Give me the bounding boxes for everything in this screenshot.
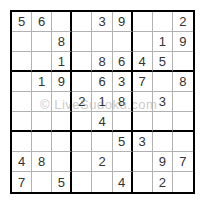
cell-r4c8[interactable] [153, 72, 173, 92]
cell-r4c2[interactable]: 1 [32, 72, 52, 92]
cell-r2c8[interactable]: 1 [153, 32, 173, 52]
cell-r3c3[interactable]: 1 [52, 52, 72, 72]
cell-r5c3[interactable] [52, 92, 72, 112]
cell-r3c5[interactable]: 8 [92, 52, 112, 72]
cell-r2c9[interactable]: 9 [173, 32, 193, 52]
cell-r2c4[interactable] [72, 32, 92, 52]
cell-r9c4[interactable] [72, 172, 92, 192]
cell-r8c9[interactable]: 7 [173, 152, 193, 172]
cell-r3c7[interactable]: 4 [133, 52, 153, 72]
cell-r9c9[interactable] [173, 172, 193, 192]
cell-r5c9[interactable] [173, 92, 193, 112]
cell-r5c7[interactable] [133, 92, 153, 112]
cell-r3c9[interactable] [173, 52, 193, 72]
cell-r2c5[interactable] [92, 32, 112, 52]
cell-r6c7[interactable] [133, 112, 153, 132]
cell-r1c2[interactable]: 6 [32, 12, 52, 32]
cell-r1c8[interactable] [153, 12, 173, 32]
cell-r3c2[interactable] [32, 52, 52, 72]
cell-r6c6[interactable] [113, 112, 133, 132]
cell-r8c3[interactable] [52, 152, 72, 172]
cell-r1c9[interactable]: 2 [173, 12, 193, 32]
sudoku-board: © LiveSudoku.com 56392819186451963782183… [10, 10, 195, 194]
cell-r6c9[interactable] [173, 112, 193, 132]
cell-r1c7[interactable] [133, 12, 153, 32]
cell-r2c7[interactable] [133, 32, 153, 52]
cell-r4c1[interactable] [12, 72, 32, 92]
cell-r7c9[interactable] [173, 132, 193, 152]
cell-r4c6[interactable]: 3 [113, 72, 133, 92]
cell-r8c6[interactable] [113, 152, 133, 172]
cell-r6c4[interactable] [72, 112, 92, 132]
cell-r2c1[interactable] [12, 32, 32, 52]
cell-r5c2[interactable] [32, 92, 52, 112]
cell-r4c7[interactable]: 7 [133, 72, 153, 92]
cell-r6c8[interactable] [153, 112, 173, 132]
cell-r7c1[interactable] [12, 132, 32, 152]
cell-r8c5[interactable]: 2 [92, 152, 112, 172]
cell-r9c2[interactable] [32, 172, 52, 192]
cell-r1c6[interactable]: 9 [113, 12, 133, 32]
cell-r6c2[interactable] [32, 112, 52, 132]
cell-r9c3[interactable]: 5 [52, 172, 72, 192]
cell-r5c8[interactable]: 3 [153, 92, 173, 112]
cell-r5c5[interactable]: 1 [92, 92, 112, 112]
cell-r3c8[interactable]: 5 [153, 52, 173, 72]
cell-r8c1[interactable]: 4 [12, 152, 32, 172]
cell-r1c3[interactable] [52, 12, 72, 32]
cell-r8c8[interactable]: 9 [153, 152, 173, 172]
cell-r6c1[interactable] [12, 112, 32, 132]
cell-r4c9[interactable]: 8 [173, 72, 193, 92]
cell-r1c1[interactable]: 5 [12, 12, 32, 32]
cell-r7c2[interactable] [32, 132, 52, 152]
cell-r7c5[interactable] [92, 132, 112, 152]
cell-r8c7[interactable] [133, 152, 153, 172]
cell-r4c5[interactable]: 6 [92, 72, 112, 92]
cell-r9c1[interactable]: 7 [12, 172, 32, 192]
cell-r3c1[interactable] [12, 52, 32, 72]
cell-r8c4[interactable] [72, 152, 92, 172]
cell-r9c7[interactable] [133, 172, 153, 192]
cell-r5c6[interactable]: 8 [113, 92, 133, 112]
cell-r4c4[interactable] [72, 72, 92, 92]
cell-r1c4[interactable] [72, 12, 92, 32]
cell-r9c8[interactable]: 2 [153, 172, 173, 192]
cell-r7c7[interactable]: 3 [133, 132, 153, 152]
cell-r7c8[interactable] [153, 132, 173, 152]
cell-r9c6[interactable]: 4 [113, 172, 133, 192]
cell-r5c1[interactable] [12, 92, 32, 112]
cell-r6c5[interactable]: 4 [92, 112, 112, 132]
cell-r7c6[interactable]: 5 [113, 132, 133, 152]
cell-r7c3[interactable] [52, 132, 72, 152]
cell-r9c5[interactable] [92, 172, 112, 192]
cell-r2c3[interactable]: 8 [52, 32, 72, 52]
cell-r3c4[interactable] [72, 52, 92, 72]
cell-r1c5[interactable]: 3 [92, 12, 112, 32]
cell-r5c4[interactable]: 2 [72, 92, 92, 112]
sudoku-grid: 56392819186451963782183453482977542 [12, 12, 193, 192]
cell-r6c3[interactable] [52, 112, 72, 132]
cell-r4c3[interactable]: 9 [52, 72, 72, 92]
cell-r2c2[interactable] [32, 32, 52, 52]
cell-r7c4[interactable] [72, 132, 92, 152]
cell-r3c6[interactable]: 6 [113, 52, 133, 72]
cell-r2c6[interactable] [113, 32, 133, 52]
cell-r8c2[interactable]: 8 [32, 152, 52, 172]
